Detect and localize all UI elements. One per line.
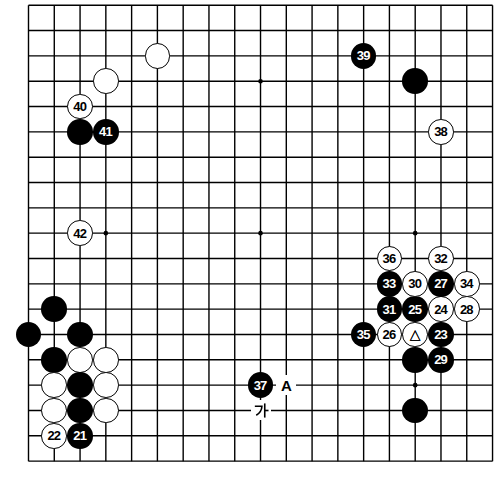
stone-black-37: 37 [248,372,274,398]
triangle-mark-icon: △ [410,327,421,341]
stone-black-21: 21 [67,423,93,449]
stone-move-number: 34 [460,277,473,290]
stone-move-number: 41 [99,125,112,138]
stone-move-number: 31 [383,303,396,316]
stone-white-32: 32 [428,246,454,272]
label-A: A [276,375,296,395]
hangul-ga-glyph [252,402,269,419]
stone-move-number: 27 [434,277,447,290]
stone-black-39: 39 [351,43,377,69]
stone-black [402,347,428,373]
stone-move-number: 32 [434,252,447,265]
stone-move-number: 42 [73,227,86,240]
stone-black [67,119,93,145]
stone-white [93,398,119,424]
stone-move-number: 26 [383,328,396,341]
stone-move-number: 30 [408,277,421,290]
star-point [258,79,263,84]
stone-white [41,398,67,424]
label-hangul-ga [251,400,271,420]
star-point [413,231,418,236]
stone-black [402,398,428,424]
stone-move-number: 23 [434,328,447,341]
star-point [413,383,418,388]
stone-black-27: 27 [428,271,454,297]
stone-white-24: 24 [428,296,454,322]
stone-move-number: 40 [73,100,86,113]
stone-black [67,398,93,424]
stone-black [41,347,67,373]
stone-black [41,296,67,322]
stone-black-29: 29 [428,347,454,373]
stone-white [67,347,93,373]
stone-white-38: 38 [428,119,454,145]
stone-black-31: 31 [377,296,403,322]
stone-white [41,372,67,398]
stone-black-25: 25 [402,296,428,322]
stone-move-number: 22 [47,429,60,442]
stone-white [93,68,119,94]
stone-black-33: 33 [377,271,403,297]
stone-move-number: 24 [434,303,447,316]
stone-white-22: 22 [41,423,67,449]
stone-move-number: 29 [434,353,447,366]
stone-move-number: 35 [357,328,370,341]
stone-move-number: 33 [383,277,396,290]
stone-white-30: 30 [402,271,428,297]
stone-white-34: 34 [454,271,480,297]
stone-white [93,372,119,398]
stone-white-triangle: △ [402,322,428,348]
stone-move-number: 37 [254,379,267,392]
stone-black-23: 23 [428,322,454,348]
stone-white [145,43,171,69]
stone-move-number: 25 [408,303,421,316]
stone-move-number: 21 [73,429,86,442]
stone-move-number: 28 [460,303,473,316]
stone-white-28: 28 [454,296,480,322]
stone-move-number: 36 [383,252,396,265]
stone-black-41: 41 [93,119,119,145]
stone-black [67,372,93,398]
stone-white-40: 40 [67,94,93,120]
stone-white-42: 42 [67,220,93,246]
stone-move-number: 39 [357,49,370,62]
star-point [258,231,263,236]
stone-move-number: 38 [434,125,447,138]
stone-white [93,347,119,373]
star-point [104,231,109,236]
stone-black [67,322,93,348]
go-board: 2122232425262728293031323334353637383940… [0,0,496,490]
stone-black [402,68,428,94]
